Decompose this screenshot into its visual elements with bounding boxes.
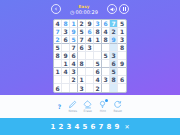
cell-r8c3[interactable]: 2: [70, 76, 78, 84]
clock-icon: ◷: [70, 9, 74, 15]
cell-r2c5[interactable]: 6: [86, 28, 94, 36]
cell-r6c2[interactable]: 1: [62, 60, 70, 68]
cell-r9c6[interactable]: 2: [94, 84, 102, 92]
numpad-key-9[interactable]: 9: [115, 123, 120, 131]
numpad-key-6[interactable]: 6: [91, 123, 96, 131]
cell-r1c8[interactable]: 7: [110, 20, 118, 28]
cell-r2c6[interactable]: 8: [94, 28, 102, 36]
cell-r7c7[interactable]: [102, 68, 110, 76]
cell-r4c4[interactable]: 6: [78, 44, 86, 52]
cell-r2c7[interactable]: 4: [102, 28, 110, 36]
cell-r3c8[interactable]: 9: [110, 36, 118, 44]
cell-r6c7[interactable]: [102, 60, 110, 68]
cell-r6c9[interactable]: 9: [118, 60, 126, 68]
timer-value: 00:00:29: [75, 9, 97, 15]
cell-r4c8[interactable]: [110, 44, 118, 52]
cell-r4c7[interactable]: [102, 44, 110, 52]
game-area: ‹ Easy ◷ 00:00:29: [0, 0, 180, 95]
cell-r5c4[interactable]: [78, 52, 86, 60]
cell-r3c4[interactable]: 7: [78, 36, 86, 44]
numpad-key-1[interactable]: 1: [51, 123, 56, 131]
cell-r3c3[interactable]: 5: [70, 36, 78, 44]
timer: ◷ 00:00:29: [70, 9, 98, 15]
reset-button[interactable]: Reset: [113, 100, 122, 113]
notes-button[interactable]: Notes: [68, 100, 77, 113]
cell-r9c7[interactable]: [102, 84, 110, 92]
cell-r8c8[interactable]: 8: [110, 76, 118, 84]
cell-r7c1[interactable]: 1: [54, 68, 62, 76]
cell-r7c6[interactable]: 6: [94, 68, 102, 76]
cell-r8c1[interactable]: [54, 76, 62, 84]
timer-box: Easy ◷ 00:00:29: [70, 4, 98, 15]
hint-button[interactable]: Hint: [98, 100, 107, 113]
cell-r2c3[interactable]: 9: [70, 28, 78, 36]
cell-r1c9[interactable]: 5: [118, 20, 126, 28]
numpad-key-4[interactable]: 4: [75, 123, 80, 131]
cell-r4c2[interactable]: [62, 44, 70, 52]
eraser-icon: [83, 100, 92, 109]
cell-r2c1[interactable]: 7: [54, 28, 62, 36]
cell-r9c9[interactable]: [118, 84, 126, 92]
cell-r1c5[interactable]: 9: [86, 20, 94, 28]
cell-r6c3[interactable]: 4: [70, 60, 78, 68]
cell-r4c9[interactable]: 8: [118, 44, 126, 52]
numpad-key-5[interactable]: 5: [83, 123, 88, 131]
cell-r1c4[interactable]: 2: [78, 20, 86, 28]
cell-r5c7[interactable]: 5: [102, 52, 110, 60]
cell-r2c2[interactable]: 3: [62, 28, 70, 36]
numpad-key-8[interactable]: 8: [107, 123, 112, 131]
cell-r9c2[interactable]: [62, 84, 70, 92]
hint-label: Hint: [100, 110, 106, 113]
cell-r4c3[interactable]: 7: [70, 44, 78, 52]
sudoku-board: 4812936757395684212657418935763889653148…: [53, 19, 127, 93]
cell-r3c5[interactable]: 4: [86, 36, 94, 44]
back-arrow-icon: ‹: [55, 6, 58, 12]
cell-r5c5[interactable]: [86, 52, 94, 60]
pause-icon: [123, 7, 126, 11]
numpad-delete-button[interactable]: ✕: [125, 123, 130, 131]
cell-r1c2[interactable]: 8: [62, 20, 70, 28]
cell-r7c9[interactable]: [118, 68, 126, 76]
cell-r1c1[interactable]: 4: [54, 20, 62, 28]
cell-r8c4[interactable]: 1: [78, 76, 86, 84]
cell-r1c7[interactable]: 6: [102, 20, 110, 28]
cell-r9c8[interactable]: [110, 84, 118, 92]
numpad-key-3[interactable]: 3: [67, 123, 72, 131]
toolbar: ? Notes Erase Hint: [0, 95, 180, 118]
cell-r7c5[interactable]: [86, 68, 94, 76]
cell-r2c9[interactable]: 1: [118, 28, 126, 36]
cell-r3c1[interactable]: 2: [54, 36, 62, 44]
cell-r9c5[interactable]: [86, 84, 94, 92]
cell-r6c6[interactable]: 5: [94, 60, 102, 68]
cell-r8c9[interactable]: 6: [118, 76, 126, 84]
cell-r4c1[interactable]: 5: [54, 44, 62, 52]
sound-icon: [109, 6, 116, 13]
cell-r3c2[interactable]: 6: [62, 36, 70, 44]
cell-r5c8[interactable]: 3: [110, 52, 118, 60]
cell-r9c1[interactable]: 6: [54, 84, 62, 92]
cell-r7c4[interactable]: [78, 68, 86, 76]
cell-r3c6[interactable]: 1: [94, 36, 102, 44]
cell-r6c5[interactable]: [86, 60, 94, 68]
cell-r7c2[interactable]: 4: [62, 68, 70, 76]
cell-r5c2[interactable]: 9: [62, 52, 70, 60]
numpad: 123456789✕: [0, 118, 180, 135]
cell-r5c9[interactable]: [118, 52, 126, 60]
cell-r8c7[interactable]: 3: [102, 76, 110, 84]
header: ‹ Easy ◷ 00:00:29: [51, 3, 129, 15]
cell-r2c4[interactable]: 5: [78, 28, 86, 36]
cell-r5c6[interactable]: [94, 52, 102, 60]
back-button[interactable]: ‹: [51, 4, 61, 14]
help-button[interactable]: ?: [58, 103, 61, 110]
cell-r4c6[interactable]: [94, 44, 102, 52]
cell-r9c4[interactable]: 3: [78, 84, 86, 92]
cell-r6c8[interactable]: 6: [110, 60, 118, 68]
erase-button[interactable]: Erase: [83, 100, 92, 113]
cell-r8c6[interactable]: 4: [94, 76, 102, 84]
cell-r8c5[interactable]: [86, 76, 94, 84]
header-right: [107, 4, 129, 14]
pause-button[interactable]: [119, 4, 129, 14]
cell-r9c3[interactable]: [70, 84, 78, 92]
cell-r3c9[interactable]: 3: [118, 36, 126, 44]
sudoku-grid: 4812936757395684212657418935763889653148…: [54, 20, 126, 92]
pencil-icon: [68, 100, 77, 109]
cell-r5c3[interactable]: 6: [70, 52, 78, 60]
numpad-key-2[interactable]: 2: [59, 123, 64, 131]
cell-r3c7[interactable]: 8: [102, 36, 110, 44]
sound-button[interactable]: [107, 4, 117, 14]
cell-r2c8[interactable]: 2: [110, 28, 118, 36]
cell-r4c5[interactable]: 3: [86, 44, 94, 52]
cell-r6c1[interactable]: [54, 60, 62, 68]
notes-label: Notes: [68, 110, 77, 113]
erase-label: Erase: [84, 110, 92, 113]
cell-r1c6[interactable]: 3: [94, 20, 102, 28]
cell-r6c4[interactable]: 8: [78, 60, 86, 68]
hint-badge: [105, 99, 108, 102]
sudoku-app: ‹ Easy ◷ 00:00:29: [0, 0, 180, 135]
cell-r8c2[interactable]: [62, 76, 70, 84]
cell-r7c8[interactable]: 5: [110, 68, 118, 76]
reset-label: Reset: [114, 110, 122, 113]
cell-r7c3[interactable]: 3: [70, 68, 78, 76]
cell-r5c1[interactable]: 8: [54, 52, 62, 60]
cell-r1c3[interactable]: 1: [70, 20, 78, 28]
reset-icon: [113, 100, 122, 109]
numpad-key-7[interactable]: 7: [99, 123, 104, 131]
